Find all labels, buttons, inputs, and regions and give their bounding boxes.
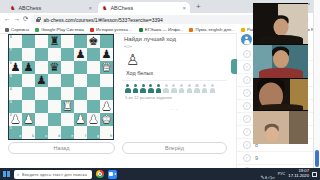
- file-label: c: [45, 135, 47, 139]
- file-label: a: [19, 135, 21, 139]
- square-f2[interactable]: ♟: [74, 113, 87, 126]
- scrollbar-track[interactable]: [313, 0, 320, 168]
- white-king-piece[interactable]: ♚: [100, 113, 113, 126]
- abchess-favicon-icon: ♞: [10, 5, 15, 11]
- square-c7[interactable]: [35, 48, 48, 61]
- taskbar-clock[interactable]: 19:07 17.11.2020: [288, 169, 309, 179]
- white-pawn-piece[interactable]: ♟: [87, 113, 100, 126]
- bookmark-favicon-icon: [90, 28, 94, 32]
- chess-board[interactable]: 8♜♚7♟♟6♟♟♛♛5♟43♜♟2♟♟♟♟♚1abcdefgh: [8, 34, 114, 140]
- chrome-taskbar-icon[interactable]: [96, 170, 104, 178]
- file-label: b: [32, 135, 34, 139]
- square-e7[interactable]: [61, 48, 74, 61]
- solvers-progress: [125, 84, 227, 93]
- tab-title: ABChess: [18, 5, 85, 11]
- abchess-favicon-icon: ♞: [102, 5, 107, 11]
- language-indicator[interactable]: РУС: [278, 172, 286, 176]
- video-tile-participant-4[interactable]: [253, 110, 308, 144]
- solver-icon: [140, 84, 146, 93]
- rank-label: 1: [10, 127, 12, 131]
- square-b4[interactable]: [22, 87, 35, 100]
- status-circle-icon: ✓: [243, 50, 251, 58]
- white-queen-piece[interactable]: ♛: [100, 61, 113, 74]
- browser-tab-1[interactable]: ♞ ABChess ×: [6, 2, 96, 13]
- square-a1[interactable]: 1a: [9, 126, 22, 139]
- square-g7[interactable]: [87, 48, 100, 61]
- square-f5[interactable]: [74, 74, 87, 87]
- start-button[interactable]: [3, 171, 10, 178]
- square-b8[interactable]: [22, 35, 35, 48]
- rank-label: 3: [10, 101, 12, 105]
- square-g1[interactable]: g: [87, 126, 100, 139]
- file-label: d: [58, 135, 60, 139]
- square-f6[interactable]: [74, 61, 87, 74]
- solver-icon: [148, 84, 154, 93]
- square-c3[interactable]: [35, 100, 48, 113]
- square-e3[interactable]: ♜: [61, 100, 74, 113]
- square-f7[interactable]: ♟: [74, 48, 87, 61]
- tab-title: ABChess: [110, 5, 179, 11]
- back-button[interactable]: Назад: [8, 142, 115, 154]
- black-pawn-piece[interactable]: ♟: [22, 61, 35, 74]
- square-d4[interactable]: [48, 87, 61, 100]
- rank-label: 4: [10, 88, 12, 92]
- windows-taskbar: ⌕ Введите здесь текст для поиска ✎∧◁▱ РУ…: [0, 168, 320, 180]
- black-queen-piece[interactable]: ♛: [48, 61, 61, 74]
- divider: [122, 80, 227, 81]
- video-tile-participant-2[interactable]: [253, 44, 308, 78]
- black-rook-piece[interactable]: ♜: [48, 35, 61, 48]
- square-a4[interactable]: 4: [9, 87, 22, 100]
- square-g8[interactable]: ♚: [87, 35, 100, 48]
- white-pawn-piece[interactable]: ♟: [74, 113, 87, 126]
- square-f1[interactable]: f: [74, 126, 87, 139]
- rank-label: 7: [10, 49, 12, 53]
- square-b5[interactable]: [22, 74, 35, 87]
- square-h2[interactable]: ♚: [100, 113, 113, 126]
- status-circle-icon: ✓: [243, 154, 251, 162]
- square-d6[interactable]: ♛: [48, 61, 61, 74]
- white-pawn-piece[interactable]: ♟: [22, 113, 35, 126]
- torso: [259, 68, 303, 78]
- puzzle-title: Найди лучший ход: [124, 36, 227, 42]
- forward-button[interactable]: Вперёд: [122, 142, 227, 154]
- tab-close-icon[interactable]: ×: [88, 5, 92, 11]
- person-icon: [244, 36, 249, 44]
- file-label: h: [110, 135, 112, 139]
- avatar[interactable]: [241, 34, 252, 45]
- exercise-list-item[interactable]: ✓9: [237, 152, 314, 165]
- action-center-icon[interactable]: [312, 172, 317, 177]
- square-b6[interactable]: ♟: [22, 61, 35, 74]
- face: [273, 19, 288, 36]
- new-tab-button[interactable]: +: [196, 2, 201, 11]
- solver-icon: [133, 84, 139, 93]
- puzzle-panel: Найди лучший ход «О» ♙ Ход белых 5 из 12…: [122, 34, 227, 138]
- status-circle-icon: ✓: [243, 115, 251, 123]
- tab-close-icon[interactable]: ×: [182, 5, 186, 11]
- square-d2[interactable]: [48, 113, 61, 126]
- back-icon[interactable]: ←: [4, 16, 11, 23]
- bookmark-favicon-icon: [241, 28, 245, 32]
- browser-tab-2-active[interactable]: ♞ ABChess ×: [98, 2, 190, 13]
- square-g6[interactable]: [87, 61, 100, 74]
- solver-icon: [210, 84, 216, 93]
- black-pawn-piece[interactable]: ♟: [9, 61, 22, 74]
- bookmark-item[interactable]: ЕГЭшка — Инфо...: [139, 27, 184, 32]
- square-b2[interactable]: ♟: [22, 113, 35, 126]
- square-g4[interactable]: [87, 87, 100, 100]
- reload-icon[interactable]: ⟳: [23, 16, 28, 23]
- bookmark-favicon-icon: [35, 28, 39, 32]
- torso: [259, 35, 303, 44]
- square-a5[interactable]: 5: [9, 74, 22, 87]
- file-label: g: [97, 135, 99, 139]
- square-d8[interactable]: ♜: [48, 35, 61, 48]
- solver-icon: [156, 84, 162, 93]
- solver-icon: [202, 84, 208, 93]
- white-pawn-icon: ♙: [126, 53, 227, 68]
- rank-label: 8: [10, 36, 12, 40]
- square-a8[interactable]: 8: [9, 35, 22, 48]
- square-b1[interactable]: b: [22, 126, 35, 139]
- tray-icon[interactable]: ▱: [271, 175, 275, 180]
- side-to-move-label: Ход белых: [126, 70, 227, 76]
- white-pawn-piece[interactable]: ♟: [9, 113, 22, 126]
- square-f4[interactable]: [74, 87, 87, 100]
- rank-label: 5: [10, 75, 12, 79]
- solver-icon: [125, 84, 131, 93]
- square-h5[interactable]: [100, 74, 113, 87]
- puzzle-subtitle: «О»: [124, 44, 227, 49]
- taskbar-search-input[interactable]: ⌕ Введите здесь текст для поиска: [14, 170, 92, 179]
- bookmark-favicon-icon: [189, 28, 193, 32]
- square-d5[interactable]: [48, 74, 61, 87]
- square-e5[interactable]: [61, 74, 74, 87]
- status-circle-icon: ✓: [243, 141, 251, 149]
- system-tray: ✎∧◁▱ РУС 19:07 17.11.2020: [260, 165, 317, 180]
- square-c5[interactable]: ♟: [35, 74, 48, 87]
- sidebar-collapse-handle[interactable]: [231, 59, 237, 74]
- zoom-taskbar-icon[interactable]: [108, 170, 117, 179]
- black-pawn-piece[interactable]: ♟: [74, 48, 87, 61]
- square-c2[interactable]: [35, 113, 48, 126]
- forward-icon[interactable]: →: [14, 16, 21, 23]
- square-e2[interactable]: [61, 113, 74, 126]
- square-e6[interactable]: [61, 61, 74, 74]
- solver-icon: [171, 84, 177, 93]
- video-tile-participant-3[interactable]: [253, 78, 308, 110]
- tray-icons[interactable]: ✎∧◁▱: [260, 165, 274, 180]
- solver-icon: [187, 84, 193, 93]
- square-e8[interactable]: [61, 35, 74, 48]
- file-label: e: [71, 135, 73, 139]
- status-circle-icon: ✓: [243, 102, 251, 110]
- clock-date: 17.11.2020: [288, 174, 309, 179]
- solver-icon: [163, 84, 169, 93]
- lock-icon: [36, 17, 40, 22]
- face: [273, 50, 289, 68]
- square-g5[interactable]: [87, 74, 100, 87]
- square-a6[interactable]: 6♟: [9, 61, 22, 74]
- square-h1[interactable]: h: [100, 126, 113, 139]
- black-king-piece[interactable]: ♚: [87, 35, 100, 48]
- status-circle-icon: ✓: [243, 76, 251, 84]
- more-dots[interactable]: ···: [122, 106, 227, 112]
- search-placeholder: Введите здесь текст для поиска: [22, 172, 87, 177]
- exercise-number: 9: [255, 155, 258, 161]
- bookmark-favicon-icon: [139, 28, 143, 32]
- square-h6[interactable]: ♛: [100, 61, 113, 74]
- square-d1[interactable]: d: [48, 126, 61, 139]
- bookmark-item[interactable]: Сервисы: [5, 27, 29, 32]
- video-tile-participant-1[interactable]: [253, 3, 308, 44]
- face: [265, 127, 278, 142]
- solvers-caption: 5 из 12 решили задание: [125, 95, 227, 100]
- bookmark-item[interactable]: Пума, english для...: [189, 27, 235, 32]
- screen: ♞ ABChess × ♞ ABChess × + ← → ⟳ ab-chess…: [0, 0, 320, 180]
- status-circle-icon: ✓: [243, 89, 251, 97]
- square-e1[interactable]: e: [61, 126, 74, 139]
- square-c4[interactable]: [35, 87, 48, 100]
- bookmark-favicon-icon: [5, 28, 9, 32]
- solver-icon: [194, 84, 200, 93]
- video-call-strip: [253, 3, 308, 144]
- square-c8[interactable]: [35, 35, 48, 48]
- solver-icon: [179, 84, 185, 93]
- bookmark-item[interactable]: История успеха ...: [90, 27, 133, 32]
- status-circle-icon: ✓: [243, 128, 251, 136]
- square-d3[interactable]: [48, 100, 61, 113]
- status-circle-icon: ✓: [243, 63, 251, 71]
- square-g2[interactable]: ♟: [87, 113, 100, 126]
- square-a2[interactable]: 2♟: [9, 113, 22, 126]
- search-icon: ⌕: [17, 171, 20, 178]
- square-c1[interactable]: c: [35, 126, 48, 139]
- bookmark-item[interactable]: Google Play Система: [35, 27, 84, 32]
- white-rook-piece[interactable]: ♜: [61, 100, 74, 113]
- black-pawn-piece[interactable]: ♟: [35, 74, 48, 87]
